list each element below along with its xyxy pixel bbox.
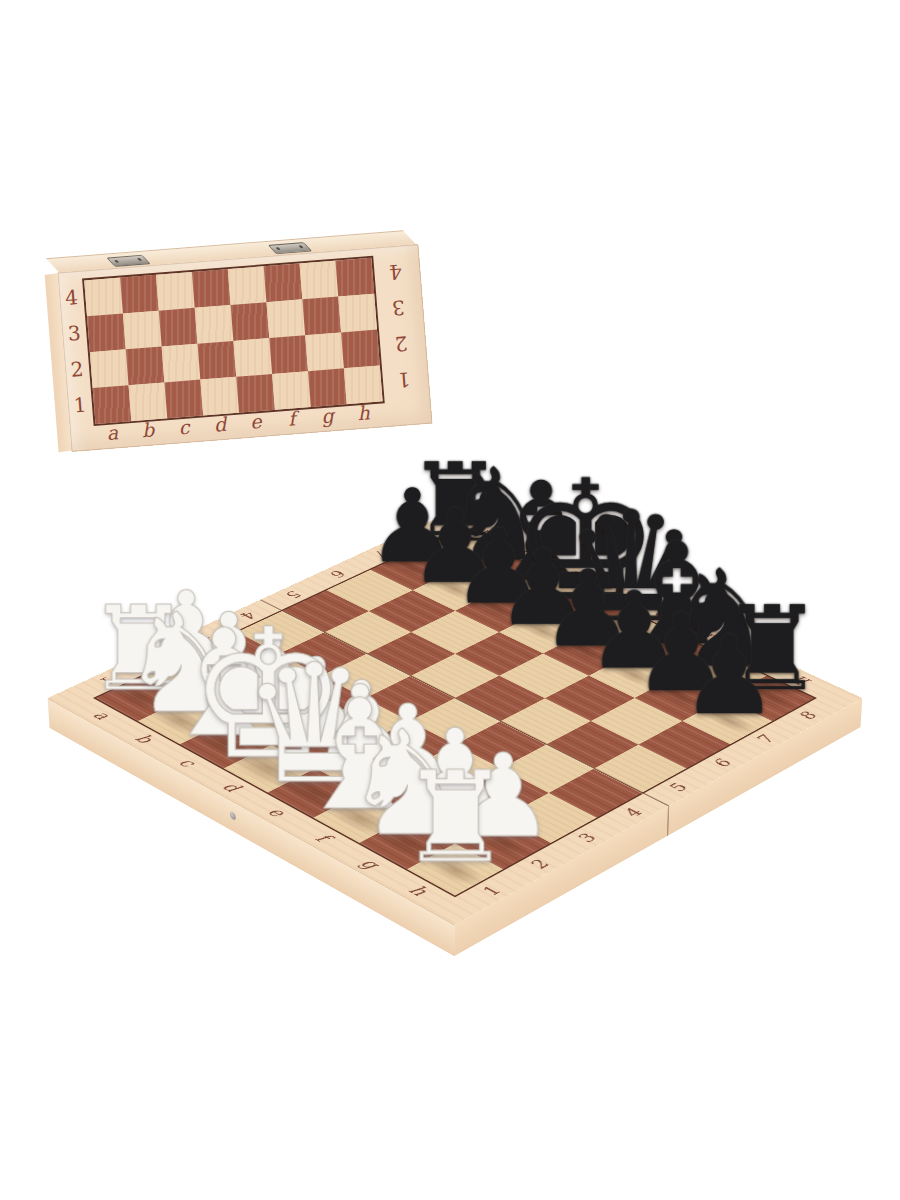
latch-pin <box>230 810 236 820</box>
box-rank-label: 4 <box>58 279 85 317</box>
box-square-f4 <box>264 263 303 302</box>
box-square-g2 <box>305 332 344 371</box>
white-rook-h1: ♜ <box>389 752 520 883</box>
box-square-f3 <box>266 299 305 338</box>
box-rank-label-rotated: 1 <box>380 360 429 399</box>
box-square-a4 <box>84 278 123 317</box>
box-square-b4 <box>120 275 159 314</box>
box-square-c2 <box>162 344 201 383</box>
box-rank-label-rotated: 4 <box>371 252 420 291</box>
box-front-face: 4321 4321 abcdefgh <box>57 244 432 452</box>
box-rank-label: 2 <box>64 350 91 388</box>
box-square-a2 <box>90 349 129 388</box>
screw-icon <box>275 247 281 250</box>
box-rank-label-rotated: 2 <box>377 324 426 363</box>
box-square-g3 <box>302 297 341 336</box>
box-square-g4 <box>300 261 339 300</box>
black-pawn-h7: ♟ <box>673 619 786 732</box>
folded-chessboard-box: 4321 4321 abcdefgh <box>57 244 432 452</box>
screw-icon <box>114 260 120 263</box>
box-rank-label: 1 <box>67 386 94 424</box>
fold-seam-edge <box>667 805 669 836</box>
box-square-d4 <box>192 269 231 308</box>
box-square-e4 <box>228 266 267 305</box>
box-square-c4 <box>156 272 195 311</box>
box-square-c3 <box>159 308 198 347</box>
box-square-f2 <box>269 335 308 374</box>
box-square-d2 <box>198 341 237 380</box>
box-square-e3 <box>231 302 270 341</box>
box-rank-label-rotated: 3 <box>374 288 423 327</box>
box-square-a3 <box>87 313 126 352</box>
box-square-d3 <box>195 305 234 344</box>
chessboard: abcdefgh abcdefgh 12345678 12345678 ♜♞♟♝… <box>48 509 863 924</box>
screw-icon <box>137 258 143 261</box>
product-photo: 4321 4321 abcdefgh abcdefgh abcdefgh 123… <box>0 0 900 1200</box>
box-square-b2 <box>126 347 165 386</box>
box-rank-labels-right: 4321 <box>371 252 428 399</box>
screw-icon <box>298 245 304 248</box>
board-scene: abcdefgh abcdefgh 12345678 12345678 ♜♞♟♝… <box>30 425 880 970</box>
box-rank-label: 3 <box>61 314 88 352</box>
box-square-h3 <box>338 294 377 333</box>
box-square-e2 <box>233 338 272 377</box>
box-square-h4 <box>335 258 374 297</box>
box-square-h2 <box>341 330 380 369</box>
box-file-label: h <box>344 398 382 429</box>
box-square-b3 <box>123 311 162 350</box>
